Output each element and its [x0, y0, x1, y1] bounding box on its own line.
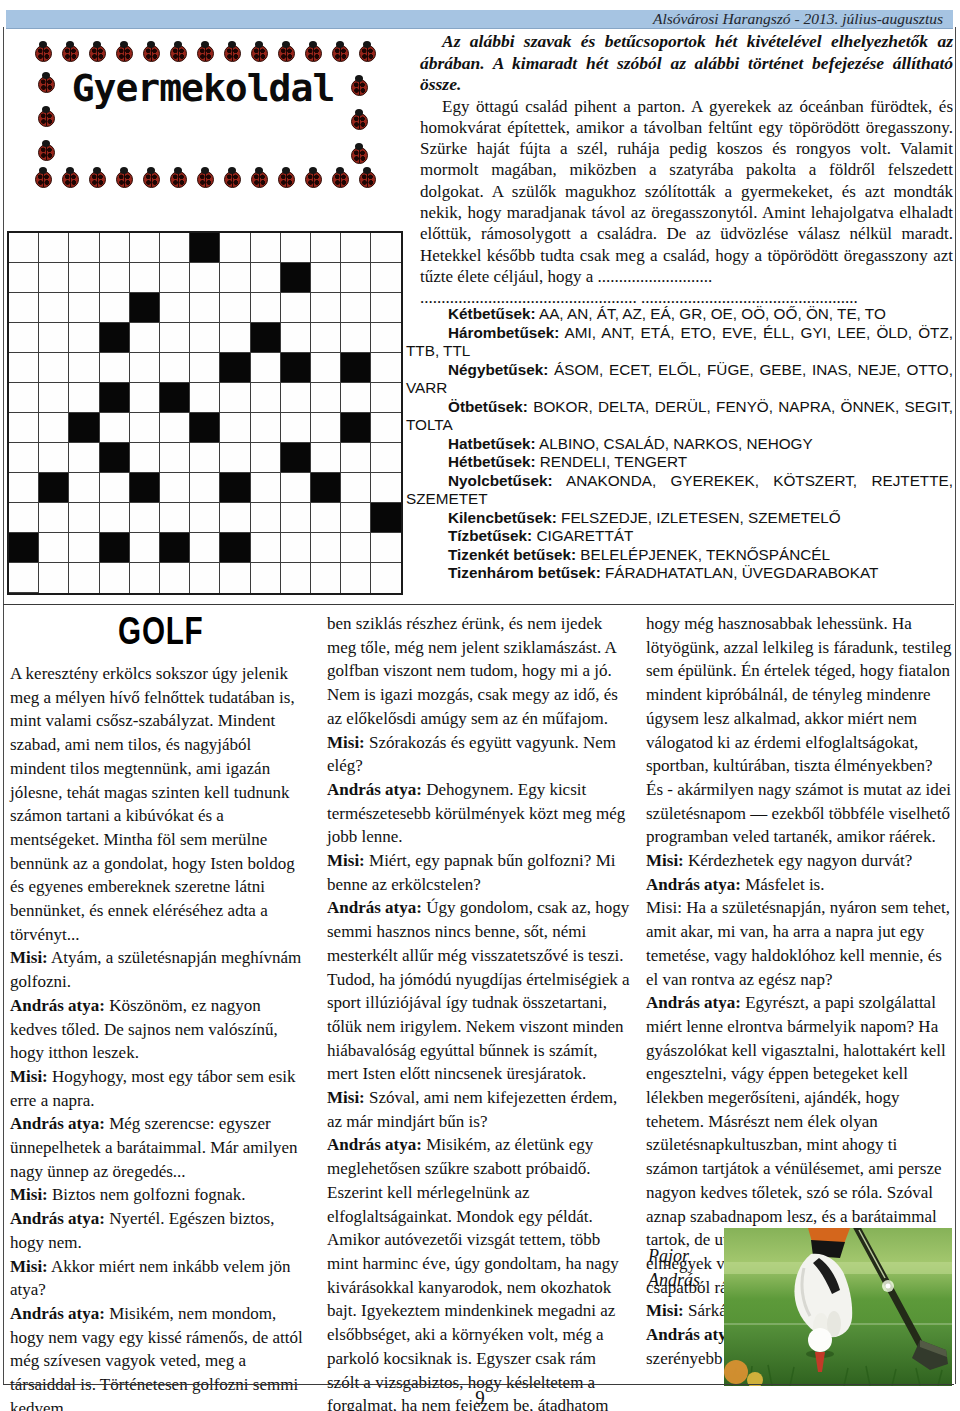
- speaker-name: András atya:: [646, 993, 741, 1012]
- grid-cell-empty: [130, 413, 160, 443]
- dialog-paragraph: ben sziklás részhez érünk, és nem ijedek…: [327, 612, 632, 731]
- grid-cell-empty: [251, 383, 281, 413]
- word-group: Tizenhárom betűsek: FÁRADHATATLAN, ÜVEGD…: [406, 564, 953, 583]
- grid-cell-empty: [100, 413, 130, 443]
- word-group: Nyolcbetűsek: ANAKONDA, GYEREKEK, KÖTSZE…: [406, 472, 953, 509]
- ladybug-icon: [87, 166, 107, 188]
- grid-cell-black: [100, 533, 130, 563]
- speaker-name: Misi:: [646, 851, 684, 870]
- speaker-name: András atya:: [10, 1114, 105, 1133]
- grid-cell-empty: [311, 413, 341, 443]
- grid-cell-empty: [281, 533, 311, 563]
- grid-cell-empty: [371, 293, 401, 323]
- ladybug-icon: [303, 40, 323, 62]
- grid-cell-empty: [190, 563, 220, 593]
- grid-cell-black: [220, 353, 250, 383]
- grid-cell-black: [220, 473, 250, 503]
- article-author: Pajor András: [648, 1244, 700, 1292]
- grid-cell-empty: [160, 323, 190, 353]
- grid-cell-empty: [311, 293, 341, 323]
- ladybug-icon: [141, 166, 161, 188]
- dialog-paragraph: Misi: Miért, egy papnak bűn golfozni? Mi…: [327, 849, 632, 896]
- ladybug-icon: [249, 40, 269, 62]
- dialog-paragraph: Misi: Szórakozás és együtt vagyunk. Nem …: [327, 731, 632, 778]
- grid-cell-black: [190, 413, 220, 443]
- word-group: Hétbetűsek: RENDELI, TENGERT: [406, 453, 953, 472]
- ladybug-icon: [195, 166, 215, 188]
- grid-cell-empty: [39, 563, 69, 593]
- grid-cell-empty: [69, 353, 99, 383]
- grid-cell-empty: [311, 353, 341, 383]
- grid-cell-empty: [311, 263, 341, 293]
- grid-cell-empty: [371, 563, 401, 593]
- speaker-name: Misi:: [10, 948, 48, 967]
- grid-cell-empty: [281, 233, 311, 263]
- grid-cell-empty: [251, 353, 281, 383]
- ladybug-icon: [36, 105, 56, 127]
- grid-cell-empty: [190, 383, 220, 413]
- dialog-paragraph: hogy még hasznosabbak lehessünk. Ha löty…: [646, 612, 952, 849]
- word-group: Tízbetűsek: CIGARETTÁT: [406, 527, 953, 546]
- grid-cell-empty: [39, 503, 69, 533]
- word-group: Ötbetűsek: BOKOR, DELTA, DERÜL, FENYÖ, N…: [406, 398, 953, 435]
- ladybug-icon: [114, 166, 134, 188]
- word-group-label: Hétbetűsek:: [448, 453, 536, 470]
- grid-cell-empty: [190, 533, 220, 563]
- ladybug-icon: [36, 71, 56, 93]
- dialog-paragraph: András atya: Köszönöm, ez nagyon kedves …: [10, 994, 311, 1065]
- ladybug-icon: [222, 166, 242, 188]
- dialog-paragraph: A keresztény erkölcs sokszor úgy jelenik…: [10, 662, 311, 946]
- grid-cell-black: [39, 473, 69, 503]
- grid-cell-empty: [371, 353, 401, 383]
- grid-cell-empty: [130, 353, 160, 383]
- grid-cell-empty: [281, 413, 311, 443]
- grid-cell-empty: [371, 233, 401, 263]
- speaker-name: Misi:: [10, 1257, 48, 1276]
- speaker-name: András atya:: [327, 780, 422, 799]
- ladybug-icon: [33, 40, 53, 62]
- masthead-title: Alsóvárosi Harangszó - 2013. július-augu…: [653, 10, 953, 27]
- speaker-name: Misi:: [10, 1067, 48, 1086]
- word-group: Tizenkét betűsek: BELELÉPJENEK, TEKNŐSPÁ…: [406, 546, 953, 565]
- grid-cell-empty: [251, 443, 281, 473]
- speaker-name: Misi:: [646, 1301, 684, 1320]
- grid-cell-empty: [9, 323, 39, 353]
- grid-cell-empty: [39, 323, 69, 353]
- grid-cell-empty: [281, 503, 311, 533]
- grid-cell-empty: [100, 293, 130, 323]
- grid-cell-empty: [160, 443, 190, 473]
- grid-cell-empty: [69, 263, 99, 293]
- speaker-name: András atya:: [10, 996, 105, 1015]
- word-group: Hárombetűsek: AMI, ANT, ETÁ, ETO, EVE, É…: [406, 324, 953, 361]
- puzzle-story: Egy öttagú család pihent a parton. A gye…: [420, 96, 953, 288]
- grid-cell-empty: [160, 473, 190, 503]
- grid-cell-empty: [251, 473, 281, 503]
- grid-cell-empty: [39, 293, 69, 323]
- grid-cell-empty: [371, 383, 401, 413]
- grid-cell-empty: [190, 443, 220, 473]
- ladybug-icon: [168, 40, 188, 62]
- speaker-name: András atya:: [327, 1135, 422, 1154]
- grid-cell-empty: [100, 503, 130, 533]
- dialog-paragraph: András atya: Nyertél. Egészen biztos, ho…: [10, 1207, 311, 1254]
- grid-cell-empty: [39, 353, 69, 383]
- grid-cell-empty: [130, 443, 160, 473]
- grid-cell-empty: [69, 233, 99, 263]
- word-group: Hatbetűsek: ALBINO, CSALÁD, NARKOS, NEHO…: [406, 435, 953, 454]
- grid-cell-black: [100, 443, 130, 473]
- grid-cell-empty: [9, 443, 39, 473]
- grid-cell-empty: [341, 503, 371, 533]
- grid-cell-black: [130, 473, 160, 503]
- word-group-label: Kétbetűsek:: [448, 305, 536, 322]
- grid-cell-empty: [371, 263, 401, 293]
- grid-cell-empty: [311, 383, 341, 413]
- grid-cell-empty: [130, 533, 160, 563]
- ladybug-row-top: [33, 40, 377, 62]
- grid-cell-empty: [371, 473, 401, 503]
- ladybug-icon: [60, 166, 80, 188]
- ladybug-icon: [349, 142, 369, 164]
- footer-divider: [3, 1384, 954, 1385]
- ladybug-icon: [87, 40, 107, 62]
- grid-cell-empty: [341, 323, 371, 353]
- grid-cell-empty: [69, 473, 99, 503]
- grid-cell-empty: [130, 503, 160, 533]
- crossword-grid: [7, 231, 403, 595]
- speaker-name: András atya:: [327, 898, 422, 917]
- dialog-paragraph: András atya: Másfelet is.: [646, 873, 952, 897]
- grid-cell-empty: [220, 293, 250, 323]
- dialog-paragraph: Misi: Atyám, a születésnapján meghívnám …: [10, 946, 311, 993]
- grid-cell-empty: [9, 383, 39, 413]
- golf-column-1: A keresztény erkölcs sokszor úgy jelenik…: [10, 662, 311, 1411]
- word-group: Négybetűsek: ÁSOM, ECET, ELŐL, FÜGE, GEB…: [406, 361, 953, 398]
- grid-cell-empty: [281, 293, 311, 323]
- grid-cell-empty: [39, 443, 69, 473]
- grid-cell-empty: [371, 533, 401, 563]
- ladybug-icon: [330, 40, 350, 62]
- grid-cell-black: [281, 263, 311, 293]
- ladybug-icon: [330, 166, 350, 188]
- ladybug-icon: [60, 40, 80, 62]
- grid-cell-empty: [69, 503, 99, 533]
- ladybug-icon: [141, 40, 161, 62]
- grid-cell-empty: [281, 323, 311, 353]
- grid-cell-empty: [9, 263, 39, 293]
- word-group-label: Nyolcbetűsek:: [448, 472, 553, 489]
- speaker-name: András atya:: [646, 875, 741, 894]
- grid-cell-empty: [251, 533, 281, 563]
- grid-cell-empty: [160, 233, 190, 263]
- grid-cell-empty: [341, 293, 371, 323]
- grid-cell-black: [341, 413, 371, 443]
- grid-cell-empty: [190, 293, 220, 323]
- grid-cell-empty: [190, 323, 220, 353]
- grid-cell-empty: [341, 443, 371, 473]
- grid-cell-empty: [371, 443, 401, 473]
- dialog-paragraph: Misi: Biztos nem golfozni fognak.: [10, 1183, 311, 1207]
- page-number: 9: [0, 1387, 960, 1409]
- grid-cell-empty: [9, 413, 39, 443]
- grid-cell-empty: [251, 263, 281, 293]
- grid-cell-empty: [311, 233, 341, 263]
- grid-cell-black: [341, 353, 371, 383]
- grid-cell-empty: [341, 473, 371, 503]
- grid-cell-empty: [281, 473, 311, 503]
- grid-cell-empty: [220, 563, 250, 593]
- grid-cell-black: [251, 323, 281, 353]
- ladybug-icon: [276, 40, 296, 62]
- grid-cell-black: [69, 413, 99, 443]
- grid-cell-empty: [311, 563, 341, 593]
- grid-cell-black: [190, 233, 220, 263]
- grid-cell-empty: [100, 473, 130, 503]
- dialog-paragraph: Misi: Hogyhogy, most egy tábor sem esik …: [10, 1065, 311, 1112]
- word-group: Kétbetűsek: AA, AN, ÁT, AZ, EÁ, GR, OE, …: [406, 305, 953, 324]
- word-lists: Kétbetűsek: AA, AN, ÁT, AZ, EÁ, GR, OE, …: [406, 305, 953, 583]
- grid-cell-empty: [220, 503, 250, 533]
- grid-cell-empty: [39, 263, 69, 293]
- grid-cell-empty: [371, 413, 401, 443]
- grid-cell-empty: [220, 263, 250, 293]
- grid-cell-black: [160, 533, 190, 563]
- grid-cell-black: [100, 323, 130, 353]
- grid-cell-empty: [341, 533, 371, 563]
- grid-cell-empty: [251, 503, 281, 533]
- ladybug-icon: [357, 40, 377, 62]
- grid-cell-empty: [251, 413, 281, 443]
- word-group-label: Négybetűsek:: [448, 361, 548, 378]
- grid-cell-empty: [251, 563, 281, 593]
- word-group-label: Hárombetűsek:: [448, 324, 559, 341]
- author-line: Pajor: [648, 1244, 700, 1268]
- grid-cell-empty: [39, 533, 69, 563]
- golf-photo-illustration: [724, 1228, 952, 1386]
- grid-cell-empty: [190, 473, 220, 503]
- article-title: GOLF: [118, 608, 203, 654]
- ladybug-icon: [168, 166, 188, 188]
- word-group-label: Hatbetűsek:: [448, 435, 536, 452]
- word-group-label: Tízbetűsek:: [448, 527, 532, 544]
- grid-cell-empty: [311, 323, 341, 353]
- grid-cell-empty: [190, 503, 220, 533]
- ladybug-icon: [249, 166, 269, 188]
- dialog-paragraph: András atya: Úgy gondolom, csak az, hogy…: [327, 896, 632, 1086]
- grid-cell-empty: [311, 443, 341, 473]
- grid-cell-empty: [371, 323, 401, 353]
- speaker-name: Misi:: [327, 851, 365, 870]
- section-divider: [3, 604, 954, 605]
- grid-cell-empty: [9, 563, 39, 593]
- grid-cell-empty: [341, 263, 371, 293]
- grid-cell-empty: [69, 533, 99, 563]
- grid-cell-empty: [220, 383, 250, 413]
- grid-cell-empty: [160, 353, 190, 383]
- grid-cell-empty: [130, 323, 160, 353]
- dialog-paragraph: Misi: Akkor miért nem inkább velem jön a…: [10, 1255, 311, 1302]
- puzzle-intro: Az alábbi szavak és betűcsoportok hét ki…: [420, 31, 953, 308]
- grid-cell-empty: [160, 563, 190, 593]
- grid-cell-empty: [130, 233, 160, 263]
- grid-cell-empty: [160, 293, 190, 323]
- ladybug-icon: [349, 74, 369, 96]
- article-title-wrap: GOLF: [10, 608, 311, 654]
- grid-cell-empty: [69, 443, 99, 473]
- grid-cell-empty: [130, 383, 160, 413]
- ladybug-icon: [349, 108, 369, 130]
- word-group-label: Tizenkét betűsek:: [448, 546, 576, 563]
- grid-cell-empty: [220, 443, 250, 473]
- grid-cell-empty: [220, 233, 250, 263]
- dialog-paragraph: András atya: Még szerencse: egyszer ünne…: [10, 1112, 311, 1183]
- grid-cell-black: [9, 533, 39, 563]
- grid-cell-black: [130, 293, 160, 323]
- grid-cell-black: [100, 383, 130, 413]
- grid-cell-black: [281, 353, 311, 383]
- grid-cell-empty: [39, 383, 69, 413]
- grid-cell-empty: [69, 563, 99, 593]
- grid-cell-black: [281, 443, 311, 473]
- grid-cell-empty: [160, 263, 190, 293]
- grid-cell-empty: [100, 353, 130, 383]
- grid-cell-black: [160, 383, 190, 413]
- puzzle-instructions: Az alábbi szavak és betűcsoportok hét ki…: [420, 31, 953, 96]
- word-group-label: Kilencbetűsek:: [448, 509, 557, 526]
- speaker-name: Misi:: [10, 1185, 48, 1204]
- speaker-name: Misi:: [327, 1088, 365, 1107]
- grid-cell-empty: [39, 233, 69, 263]
- dialog-paragraph: András atya: Misikém, az életünk egy meg…: [327, 1133, 632, 1411]
- grid-cell-empty: [130, 263, 160, 293]
- grid-cell-empty: [69, 383, 99, 413]
- ladybug-icon: [303, 166, 323, 188]
- speaker-name: Misi:: [327, 733, 365, 752]
- grid-cell-empty: [100, 263, 130, 293]
- ladybug-column-left: [36, 71, 56, 161]
- grid-cell-empty: [281, 383, 311, 413]
- grid-cell-empty: [100, 233, 130, 263]
- grid-cell-empty: [251, 293, 281, 323]
- ladybug-column-right: [349, 74, 369, 164]
- ladybug-icon: [222, 40, 242, 62]
- speaker-name: András atya:: [10, 1209, 105, 1228]
- speaker-name: András atya:: [10, 1304, 105, 1323]
- ladybug-icon: [114, 40, 134, 62]
- grid-cell-empty: [9, 233, 39, 263]
- dialog-paragraph: Misi: Kérdezhetek egy nagyon durvát?: [646, 849, 952, 873]
- grid-cell-empty: [220, 413, 250, 443]
- newsletter-page: Alsóvárosi Harangszó - 2013. július-augu…: [0, 0, 960, 1411]
- dialog-paragraph: Misi: Szóval, ami nem kifejezetten érdem…: [327, 1086, 632, 1133]
- grid-cell-empty: [160, 413, 190, 443]
- grid-cell-empty: [311, 503, 341, 533]
- grid-cell-black: [371, 503, 401, 533]
- author-line: András: [648, 1268, 700, 1292]
- word-group-label: Ötbetűsek:: [448, 398, 528, 415]
- grid-cell-empty: [69, 293, 99, 323]
- ladybug-icon: [33, 166, 53, 188]
- dialog-paragraph: András atya: Dehogynem. Egy kicsit termé…: [327, 778, 632, 849]
- golf-column-2: ben sziklás részhez érünk, és nem ijedek…: [327, 612, 632, 1411]
- ladybug-row-bottom: [33, 166, 377, 188]
- ladybug-icon: [276, 166, 296, 188]
- grid-cell-empty: [9, 503, 39, 533]
- grid-cell-empty: [220, 323, 250, 353]
- grid-cell-empty: [281, 563, 311, 593]
- grid-cell-empty: [311, 533, 341, 563]
- ladybug-icon: [195, 40, 215, 62]
- grid-cell-empty: [100, 563, 130, 593]
- grid-cell-empty: [251, 233, 281, 263]
- ladybug-icon: [36, 139, 56, 161]
- grid-cell-empty: [69, 323, 99, 353]
- dialog-paragraph: Misi: Ha a születésnapján, nyáron sem te…: [646, 896, 952, 991]
- grid-cell-empty: [190, 263, 220, 293]
- grid-cell-black: [220, 533, 250, 563]
- grid-cell-empty: [39, 413, 69, 443]
- golf-photo: [724, 1228, 952, 1386]
- grid-cell-empty: [341, 383, 371, 413]
- word-group-label: Tizenhárom betűsek:: [448, 564, 601, 581]
- grid-cell-empty: [341, 563, 371, 593]
- grid-cell-empty: [9, 353, 39, 383]
- word-group: Kilencbetűsek: FELSZEDJE, IZLETESEN, SZE…: [406, 509, 953, 528]
- grid-cell-black: [311, 473, 341, 503]
- grid-cell-empty: [9, 293, 39, 323]
- grid-cell-empty: [160, 503, 190, 533]
- grid-cell-empty: [341, 233, 371, 263]
- grid-cell-empty: [9, 473, 39, 503]
- masthead-bar: Alsóvárosi Harangszó - 2013. július-augu…: [6, 10, 953, 29]
- children-page-title: Gyermekoldal: [58, 66, 348, 110]
- ladybug-icon: [357, 166, 377, 188]
- grid-cell-empty: [190, 353, 220, 383]
- grid-cell-empty: [130, 563, 160, 593]
